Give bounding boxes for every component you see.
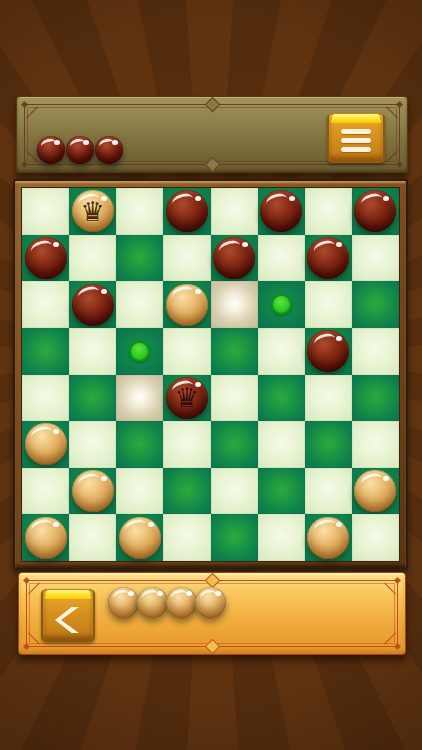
square-f3[interactable] (258, 421, 305, 468)
king-crown-icon: ♛ (72, 190, 114, 232)
square-g1[interactable] (305, 514, 352, 561)
square-d5[interactable] (163, 328, 210, 375)
square-d6[interactable] (163, 281, 210, 328)
square-b2[interactable] (69, 468, 116, 515)
dark-king-piece[interactable]: ♛ (166, 377, 208, 419)
hamburger-icon (341, 129, 371, 152)
square-c8[interactable] (116, 188, 163, 235)
square-b6[interactable] (69, 281, 116, 328)
light-king-piece[interactable]: ♛ (72, 190, 114, 232)
square-c1[interactable] (116, 514, 163, 561)
light-piece[interactable] (25, 423, 67, 465)
light-piece[interactable] (25, 517, 67, 559)
captured-light-piece (195, 587, 226, 618)
square-a6[interactable] (22, 281, 69, 328)
square-a5[interactable] (22, 328, 69, 375)
captured-light-tray (108, 587, 226, 618)
square-h4[interactable] (352, 375, 399, 422)
back-button[interactable] (41, 589, 95, 642)
captured-dark-piece (95, 136, 123, 164)
board-frame: ♛♛ (13, 179, 408, 570)
square-g8[interactable] (305, 188, 352, 235)
square-h5[interactable] (352, 328, 399, 375)
captured-dark-piece (66, 136, 94, 164)
light-piece[interactable] (166, 284, 208, 326)
square-d1[interactable] (163, 514, 210, 561)
square-a2[interactable] (22, 468, 69, 515)
square-c4[interactable] (116, 375, 163, 422)
captured-light-piece (137, 587, 168, 618)
square-e5[interactable] (211, 328, 258, 375)
dark-piece[interactable] (354, 190, 396, 232)
square-f2[interactable] (258, 468, 305, 515)
square-d3[interactable] (163, 421, 210, 468)
square-c3[interactable] (116, 421, 163, 468)
square-b3[interactable] (69, 421, 116, 468)
square-e6[interactable] (211, 281, 258, 328)
button-top-shine (44, 590, 92, 599)
square-g2[interactable] (305, 468, 352, 515)
square-h3[interactable] (352, 421, 399, 468)
square-g7[interactable] (305, 235, 352, 282)
light-piece[interactable] (307, 517, 349, 559)
light-piece[interactable] (354, 470, 396, 512)
square-b1[interactable] (69, 514, 116, 561)
light-piece[interactable] (119, 517, 161, 559)
captured-dark-tray (37, 136, 124, 164)
square-c5[interactable] (116, 328, 163, 375)
menu-button[interactable] (327, 113, 385, 163)
square-h8[interactable] (352, 188, 399, 235)
square-c7[interactable] (116, 235, 163, 282)
square-h6[interactable] (352, 281, 399, 328)
move-hint-dot[interactable] (271, 294, 292, 315)
square-e4[interactable] (211, 375, 258, 422)
dark-piece[interactable] (260, 190, 302, 232)
square-b5[interactable] (69, 328, 116, 375)
square-f8[interactable] (258, 188, 305, 235)
square-a1[interactable] (22, 514, 69, 561)
square-a8[interactable] (22, 188, 69, 235)
square-b7[interactable] (69, 235, 116, 282)
square-g6[interactable] (305, 281, 352, 328)
move-hint-dot[interactable] (129, 341, 150, 362)
square-f5[interactable] (258, 328, 305, 375)
dark-piece[interactable] (25, 237, 67, 279)
dark-piece[interactable] (213, 237, 255, 279)
square-h1[interactable] (352, 514, 399, 561)
square-e3[interactable] (211, 421, 258, 468)
chevron-left-icon (55, 607, 81, 633)
dark-piece[interactable] (72, 284, 114, 326)
square-e1[interactable] (211, 514, 258, 561)
square-h2[interactable] (352, 468, 399, 515)
square-g3[interactable] (305, 421, 352, 468)
bottom-panel (18, 572, 406, 655)
dark-piece[interactable] (166, 190, 208, 232)
captured-light-piece (108, 587, 139, 618)
square-d4[interactable]: ♛ (163, 375, 210, 422)
square-d7[interactable] (163, 235, 210, 282)
top-panel (16, 96, 408, 173)
square-e7[interactable] (211, 235, 258, 282)
app-screen: ♛♛ (0, 0, 422, 750)
dark-piece[interactable] (307, 237, 349, 279)
king-crown-icon: ♛ (166, 377, 208, 419)
captured-light-piece (166, 587, 197, 618)
dark-piece[interactable] (307, 330, 349, 372)
square-b4[interactable] (69, 375, 116, 422)
square-a4[interactable] (22, 375, 69, 422)
square-f6[interactable] (258, 281, 305, 328)
light-piece[interactable] (72, 470, 114, 512)
square-f4[interactable] (258, 375, 305, 422)
square-a3[interactable] (22, 421, 69, 468)
square-g4[interactable] (305, 375, 352, 422)
square-e8[interactable] (211, 188, 258, 235)
square-f7[interactable] (258, 235, 305, 282)
square-e2[interactable] (211, 468, 258, 515)
square-d8[interactable] (163, 188, 210, 235)
square-g5[interactable] (305, 328, 352, 375)
square-c6[interactable] (116, 281, 163, 328)
square-h7[interactable] (352, 235, 399, 282)
button-top-shine (330, 114, 382, 123)
square-c2[interactable] (116, 468, 163, 515)
square-a7[interactable] (22, 235, 69, 282)
square-d2[interactable] (163, 468, 210, 515)
square-f1[interactable] (258, 514, 305, 561)
captured-dark-piece (37, 136, 65, 164)
board-grid: ♛♛ (22, 188, 399, 561)
square-b8[interactable]: ♛ (69, 188, 116, 235)
